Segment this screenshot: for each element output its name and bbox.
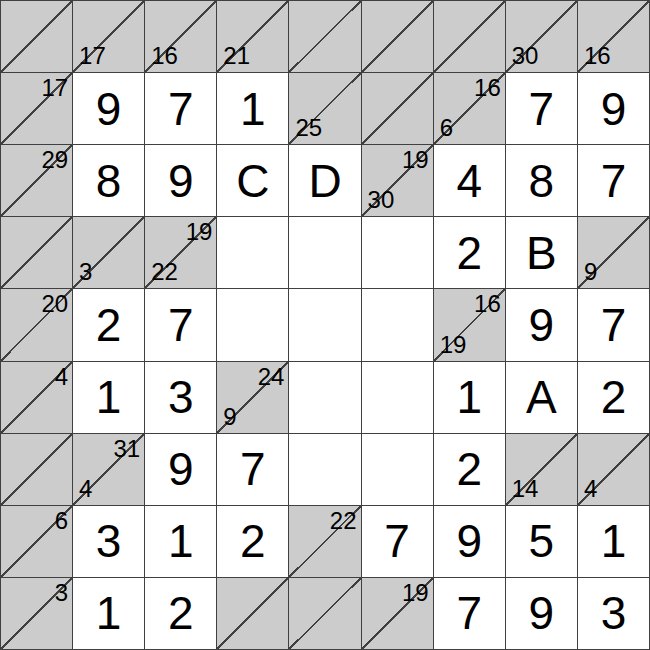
entry-cell-r4c7[interactable]: 2 <box>434 217 505 288</box>
down-clue-r7c9: 4 <box>584 477 597 501</box>
cell-value: 7 <box>456 590 482 636</box>
block-cell-r4c1 <box>1 217 72 288</box>
cell-value: 5 <box>529 518 555 564</box>
entry-cell-r5c9[interactable]: 7 <box>578 289 649 360</box>
down-clue-r1c3: 16 <box>151 44 178 68</box>
cell-value: D <box>308 158 341 204</box>
entry-cell-r6c3[interactable]: 3 <box>145 362 216 433</box>
entry-cell-r4c5[interactable] <box>289 217 360 288</box>
clue-cell-r4c3: 1922 <box>145 217 216 288</box>
entry-cell-r2c3[interactable]: 7 <box>145 73 216 144</box>
clue-cell-r8c1: 6 <box>1 506 72 577</box>
entry-cell-r8c7[interactable]: 9 <box>434 506 505 577</box>
down-clue-r2c5: 25 <box>295 116 322 140</box>
across-clue-r7c2: 31 <box>114 437 141 461</box>
down-clue-r4c3: 22 <box>151 260 178 284</box>
entry-cell-r8c9[interactable]: 1 <box>578 506 649 577</box>
clue-cell-r5c1: 20 <box>1 289 72 360</box>
clue-cell-r2c5: 25 <box>289 73 360 144</box>
entry-cell-r9c3[interactable]: 2 <box>145 578 216 649</box>
entry-cell-r5c4[interactable] <box>217 289 288 360</box>
entry-cell-r9c9[interactable]: 3 <box>578 578 649 649</box>
entry-cell-r3c5[interactable]: D <box>289 145 360 216</box>
entry-cell-r8c8[interactable]: 5 <box>506 506 577 577</box>
cell-value: 7 <box>240 446 266 492</box>
entry-cell-r8c4[interactable]: 2 <box>217 506 288 577</box>
entry-cell-r7c3[interactable]: 9 <box>145 434 216 505</box>
cell-value: 1 <box>168 518 194 564</box>
entry-cell-r4c4[interactable] <box>217 217 288 288</box>
cell-value: 2 <box>456 230 482 276</box>
clue-cell-r3c1: 29 <box>1 145 72 216</box>
entry-cell-r3c2[interactable]: 8 <box>73 145 144 216</box>
down-clue-r1c9: 16 <box>584 44 611 68</box>
down-clue-r6c4: 9 <box>223 405 236 429</box>
entry-cell-r6c6[interactable] <box>362 362 433 433</box>
down-clue-r7c2: 4 <box>79 477 92 501</box>
down-clue-r1c2: 17 <box>79 44 106 68</box>
entry-cell-r6c7[interactable]: 1 <box>434 362 505 433</box>
cell-value: 2 <box>601 374 627 420</box>
down-clue-r1c4: 21 <box>223 44 250 68</box>
down-clue-r7c8: 14 <box>512 477 539 501</box>
cell-value: 1 <box>601 518 627 564</box>
entry-cell-r3c7[interactable]: 4 <box>434 145 505 216</box>
cell-value: C <box>236 158 269 204</box>
entry-cell-r3c9[interactable]: 7 <box>578 145 649 216</box>
entry-cell-r4c8[interactable]: B <box>506 217 577 288</box>
clue-cell-r6c1: 4 <box>1 362 72 433</box>
across-clue-r2c7: 16 <box>474 76 501 100</box>
across-clue-r3c6: 19 <box>402 148 429 172</box>
entry-cell-r8c2[interactable]: 3 <box>73 506 144 577</box>
cell-value: 1 <box>240 86 266 132</box>
entry-cell-r5c6[interactable] <box>362 289 433 360</box>
across-clue-r5c7: 16 <box>474 292 501 316</box>
entry-cell-r7c6[interactable] <box>362 434 433 505</box>
entry-cell-r4c6[interactable] <box>362 217 433 288</box>
down-clue-r4c2: 3 <box>79 260 92 284</box>
across-clue-r9c6: 19 <box>402 581 429 605</box>
clue-cell-r7c9: 4 <box>578 434 649 505</box>
cell-value: B <box>526 230 557 276</box>
kakuro-board: 17162130161797125166792989CD193048731922… <box>0 0 650 650</box>
entry-cell-r2c4[interactable]: 1 <box>217 73 288 144</box>
down-clue-r3c6: 30 <box>368 188 395 212</box>
cell-value: 2 <box>240 518 266 564</box>
across-clue-r6c1: 4 <box>55 365 68 389</box>
entry-cell-r3c3[interactable]: 9 <box>145 145 216 216</box>
block-cell-r7c1 <box>1 434 72 505</box>
clue-cell-r1c9: 16 <box>578 1 649 72</box>
down-clue-r1c8: 30 <box>512 44 539 68</box>
entry-cell-r6c5[interactable] <box>289 362 360 433</box>
cell-value: 8 <box>529 158 555 204</box>
entry-cell-r5c8[interactable]: 9 <box>506 289 577 360</box>
across-clue-r5c1: 20 <box>41 292 68 316</box>
cell-value: 9 <box>96 86 122 132</box>
cell-value: 9 <box>456 518 482 564</box>
block-cell-r1c5 <box>289 1 360 72</box>
cell-value: 1 <box>96 374 122 420</box>
clue-cell-r4c9: 9 <box>578 217 649 288</box>
cell-value: 3 <box>168 374 194 420</box>
block-cell-r1c7 <box>434 1 505 72</box>
entry-cell-r7c7[interactable]: 2 <box>434 434 505 505</box>
entry-cell-r5c2[interactable]: 2 <box>73 289 144 360</box>
entry-cell-r2c2[interactable]: 9 <box>73 73 144 144</box>
down-clue-r2c7: 6 <box>440 116 453 140</box>
cell-value: 7 <box>529 86 555 132</box>
cell-value: 9 <box>168 446 194 492</box>
cell-value: 9 <box>168 158 194 204</box>
down-clue-r4c9: 9 <box>584 260 597 284</box>
block-cell-r1c6 <box>362 1 433 72</box>
entry-cell-r5c5[interactable] <box>289 289 360 360</box>
entry-cell-r6c8[interactable]: A <box>506 362 577 433</box>
cell-value: 7 <box>384 518 410 564</box>
clue-cell-r7c2: 314 <box>73 434 144 505</box>
clue-cell-r8c5: 22 <box>289 506 360 577</box>
clue-cell-r1c2: 17 <box>73 1 144 72</box>
cell-value: A <box>526 374 557 420</box>
clue-cell-r9c1: 3 <box>1 578 72 649</box>
clue-cell-r4c2: 3 <box>73 217 144 288</box>
cell-value: 1 <box>456 374 482 420</box>
block-cell-r2c6 <box>362 73 433 144</box>
entry-cell-r6c9[interactable]: 2 <box>578 362 649 433</box>
cell-value: 9 <box>529 590 555 636</box>
entry-cell-r7c4[interactable]: 7 <box>217 434 288 505</box>
entry-cell-r7c5[interactable] <box>289 434 360 505</box>
entry-cell-r9c2[interactable]: 1 <box>73 578 144 649</box>
clue-cell-r3c6: 1930 <box>362 145 433 216</box>
clue-cell-r2c1: 17 <box>1 73 72 144</box>
cell-value: 9 <box>601 86 627 132</box>
entry-cell-r8c6[interactable]: 7 <box>362 506 433 577</box>
entry-cell-r6c2[interactable]: 1 <box>73 362 144 433</box>
across-clue-r9c1: 3 <box>55 581 68 605</box>
cell-value: 3 <box>601 590 627 636</box>
clue-cell-r7c8: 14 <box>506 434 577 505</box>
clue-cell-r1c3: 16 <box>145 1 216 72</box>
across-clue-r8c5: 22 <box>330 509 357 533</box>
cell-value: 4 <box>456 158 482 204</box>
entry-cell-r2c9[interactable]: 9 <box>578 73 649 144</box>
entry-cell-r3c4[interactable]: C <box>217 145 288 216</box>
entry-cell-r2c8[interactable]: 7 <box>506 73 577 144</box>
cell-value: 7 <box>601 302 627 348</box>
across-clue-r3c1: 29 <box>41 148 68 172</box>
across-clue-r6c4: 24 <box>258 365 285 389</box>
entry-cell-r9c8[interactable]: 9 <box>506 578 577 649</box>
cell-value: 9 <box>529 302 555 348</box>
cell-value: 3 <box>96 518 122 564</box>
clue-cell-r6c4: 249 <box>217 362 288 433</box>
down-clue-r5c7: 19 <box>440 333 467 357</box>
entry-cell-r8c3[interactable]: 1 <box>145 506 216 577</box>
cell-value: 7 <box>601 158 627 204</box>
across-clue-r2c1: 17 <box>41 76 68 100</box>
clue-cell-r2c7: 166 <box>434 73 505 144</box>
block-cell-r9c4 <box>217 578 288 649</box>
cell-value: 2 <box>96 302 122 348</box>
cell-value: 2 <box>168 590 194 636</box>
clue-cell-r1c4: 21 <box>217 1 288 72</box>
cell-value: 8 <box>96 158 122 204</box>
clue-cell-r1c8: 30 <box>506 1 577 72</box>
across-clue-r4c3: 19 <box>186 220 213 244</box>
block-cell-r1c1 <box>1 1 72 72</box>
cell-value: 1 <box>96 590 122 636</box>
clue-cell-r9c6: 19 <box>362 578 433 649</box>
block-cell-r9c5 <box>289 578 360 649</box>
cell-value: 7 <box>168 302 194 348</box>
clue-cell-r5c7: 1619 <box>434 289 505 360</box>
entry-cell-r3c8[interactable]: 8 <box>506 145 577 216</box>
across-clue-r8c1: 6 <box>55 509 68 533</box>
cell-value: 2 <box>456 446 482 492</box>
cell-value: 7 <box>168 86 194 132</box>
entry-cell-r9c7[interactable]: 7 <box>434 578 505 649</box>
entry-cell-r5c3[interactable]: 7 <box>145 289 216 360</box>
